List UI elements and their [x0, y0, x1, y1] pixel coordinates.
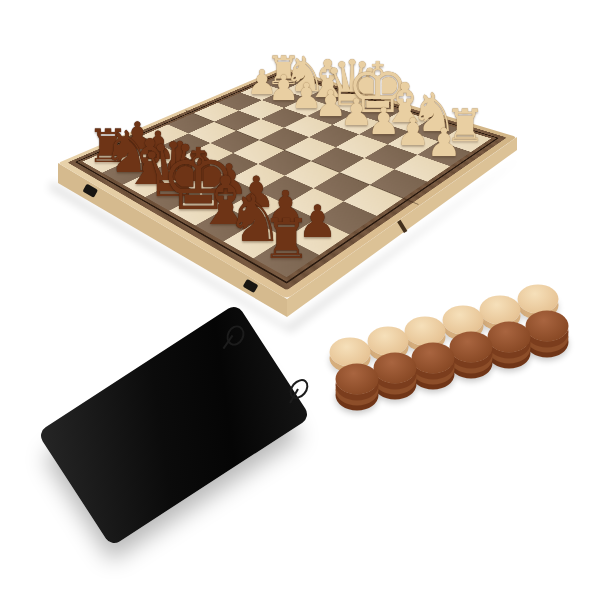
- piece-white-pawn: ♟: [396, 112, 430, 150]
- product-photo-scene: ♜♞♝♛♚♝♞♜♟♟♟♟♟♟♟♟♟♟♟♟♟♟♟♟♜♞♝♛♚♝♞♜: [0, 0, 600, 600]
- piece-white-pawn: ♟: [427, 122, 462, 161]
- piece-black-rook: ♜: [262, 211, 311, 266]
- chess-pieces-layer: ♜♞♝♛♚♝♞♜♟♟♟♟♟♟♟♟♟♟♟♟♟♟♟♟♜♞♝♛♚♝♞♜: [0, 0, 600, 600]
